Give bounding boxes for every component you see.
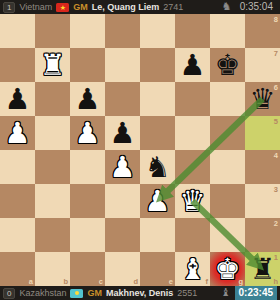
- black-king[interactable]: ♚: [210, 48, 245, 82]
- white-pawn[interactable]: ♟: [70, 116, 105, 150]
- coord-file-label: h: [273, 277, 278, 286]
- square-d2[interactable]: [105, 218, 140, 252]
- square-c1[interactable]: c: [70, 252, 105, 286]
- square-b8[interactable]: [35, 14, 70, 48]
- coord-file-label: a: [29, 277, 33, 286]
- square-e2[interactable]: [140, 218, 175, 252]
- square-h4[interactable]: 4: [245, 150, 280, 184]
- square-d6[interactable]: [105, 82, 140, 116]
- coord-rank-label: 6: [274, 83, 278, 92]
- square-g8[interactable]: [210, 14, 245, 48]
- coord-rank-label: 4: [274, 151, 278, 160]
- square-g4[interactable]: [210, 150, 245, 184]
- black-knight[interactable]: ♞: [140, 150, 175, 184]
- bottom-player-bar: 0 Kazakhstan GM Makhnev, Denis 2551 ♝ 0:…: [0, 286, 280, 300]
- coord-rank-label: 1: [274, 253, 278, 262]
- black-pawn[interactable]: ♟: [105, 116, 140, 150]
- square-a2[interactable]: [0, 218, 35, 252]
- square-b3[interactable]: [35, 184, 70, 218]
- coord-rank-label: 7: [274, 49, 278, 58]
- top-player-rating: 2741: [163, 2, 183, 12]
- square-h2[interactable]: 2: [245, 218, 280, 252]
- square-g1[interactable]: ♚g: [210, 252, 245, 286]
- bottom-clock: 0:23:45: [235, 286, 277, 300]
- square-e6[interactable]: [140, 82, 175, 116]
- coord-file-label: f: [206, 277, 209, 286]
- square-b5[interactable]: [35, 116, 70, 150]
- coord-file-label: b: [63, 277, 68, 286]
- square-a5[interactable]: ♟: [0, 116, 35, 150]
- bottom-player-name: Makhnev, Denis: [106, 288, 173, 298]
- vietnam-flag-icon: ★: [56, 3, 69, 12]
- white-pawn[interactable]: ♟: [105, 150, 140, 184]
- black-pawn[interactable]: ♟: [175, 48, 210, 82]
- square-c8[interactable]: [70, 14, 105, 48]
- square-c7[interactable]: [70, 48, 105, 82]
- square-f2[interactable]: [175, 218, 210, 252]
- square-b6[interactable]: [35, 82, 70, 116]
- square-h1[interactable]: ♜1h: [245, 252, 280, 286]
- square-f5[interactable]: [175, 116, 210, 150]
- square-f6[interactable]: [175, 82, 210, 116]
- square-b7[interactable]: ♜: [35, 48, 70, 82]
- square-h6[interactable]: ♛6: [245, 82, 280, 116]
- white-pawn[interactable]: ♟: [140, 184, 175, 218]
- top-score-badge: 1: [3, 2, 15, 13]
- square-b4[interactable]: [35, 150, 70, 184]
- square-d1[interactable]: d: [105, 252, 140, 286]
- bishop-material-icon: ♝: [221, 286, 231, 300]
- coord-rank-label: 3: [274, 185, 278, 194]
- square-h7[interactable]: 7: [245, 48, 280, 82]
- square-e1[interactable]: e: [140, 252, 175, 286]
- top-player-bar: 1 Vietnam ★ GM Le, Quang Liem 2741 ♞ 0:3…: [0, 0, 280, 14]
- square-c6[interactable]: ♟: [70, 82, 105, 116]
- square-e4[interactable]: ♞: [140, 150, 175, 184]
- square-g2[interactable]: [210, 218, 245, 252]
- top-title-label: GM: [73, 2, 88, 12]
- square-h8[interactable]: 8: [245, 14, 280, 48]
- black-pawn[interactable]: ♟: [70, 82, 105, 116]
- square-f4[interactable]: [175, 150, 210, 184]
- square-h5[interactable]: 5: [245, 116, 280, 150]
- board-container: 8♜♟♚7♟♟♛6♟♟♟5♟♞4♟♛32abcde♝f♚g♜1h: [0, 14, 280, 286]
- square-d4[interactable]: ♟: [105, 150, 140, 184]
- square-f7[interactable]: ♟: [175, 48, 210, 82]
- square-b2[interactable]: [35, 218, 70, 252]
- top-federation-label: Vietnam: [19, 2, 52, 12]
- square-a8[interactable]: [0, 14, 35, 48]
- square-a6[interactable]: ♟: [0, 82, 35, 116]
- bottom-title-label: GM: [87, 288, 102, 298]
- square-d3[interactable]: [105, 184, 140, 218]
- coord-file-label: d: [133, 277, 138, 286]
- bottom-player-rating: 2551: [177, 288, 197, 298]
- coord-rank-label: 8: [274, 15, 278, 24]
- square-e7[interactable]: [140, 48, 175, 82]
- coord-rank-label: 2: [274, 219, 278, 228]
- bottom-federation-label: Kazakhstan: [19, 288, 66, 298]
- coord-rank-label: 5: [274, 117, 278, 126]
- square-b1[interactable]: b: [35, 252, 70, 286]
- square-c4[interactable]: [70, 150, 105, 184]
- square-d5[interactable]: ♟: [105, 116, 140, 150]
- square-d7[interactable]: [105, 48, 140, 82]
- square-a3[interactable]: [0, 184, 35, 218]
- board: 8♜♟♚7♟♟♛6♟♟♟5♟♞4♟♛32abcde♝f♚g♜1h: [0, 14, 280, 286]
- top-clock: 0:35:04: [236, 0, 277, 14]
- white-queen[interactable]: ♛: [175, 184, 210, 218]
- square-f3[interactable]: ♛: [175, 184, 210, 218]
- sun-icon: [75, 291, 79, 295]
- square-a1[interactable]: a: [0, 252, 35, 286]
- coord-file-label: g: [238, 277, 243, 286]
- square-a7[interactable]: [0, 48, 35, 82]
- white-pawn[interactable]: ♟: [0, 116, 35, 150]
- square-e8[interactable]: [140, 14, 175, 48]
- square-h3[interactable]: 3: [245, 184, 280, 218]
- square-e5[interactable]: [140, 116, 175, 150]
- square-d8[interactable]: [105, 14, 140, 48]
- white-rook[interactable]: ♜: [35, 48, 70, 82]
- square-f8[interactable]: [175, 14, 210, 48]
- kazakhstan-flag-icon: [70, 289, 83, 298]
- coord-file-label: c: [99, 277, 103, 286]
- star-icon: ★: [60, 4, 66, 11]
- coord-file-label: e: [169, 277, 173, 286]
- knight-material-icon: ♞: [222, 0, 232, 14]
- square-g7[interactable]: ♚: [210, 48, 245, 82]
- square-a4[interactable]: [0, 150, 35, 184]
- square-c3[interactable]: [70, 184, 105, 218]
- square-f1[interactable]: ♝f: [175, 252, 210, 286]
- bottom-score-badge: 0: [3, 288, 15, 299]
- broadcast-board-widget: 1 Vietnam ★ GM Le, Quang Liem 2741 ♞ 0:3…: [0, 0, 280, 300]
- square-g3[interactable]: [210, 184, 245, 218]
- black-pawn[interactable]: ♟: [0, 82, 35, 116]
- square-g6[interactable]: [210, 82, 245, 116]
- top-player-name: Le, Quang Liem: [92, 2, 160, 12]
- square-g5[interactable]: [210, 116, 245, 150]
- square-e3[interactable]: ♟: [140, 184, 175, 218]
- square-c2[interactable]: [70, 218, 105, 252]
- square-c5[interactable]: ♟: [70, 116, 105, 150]
